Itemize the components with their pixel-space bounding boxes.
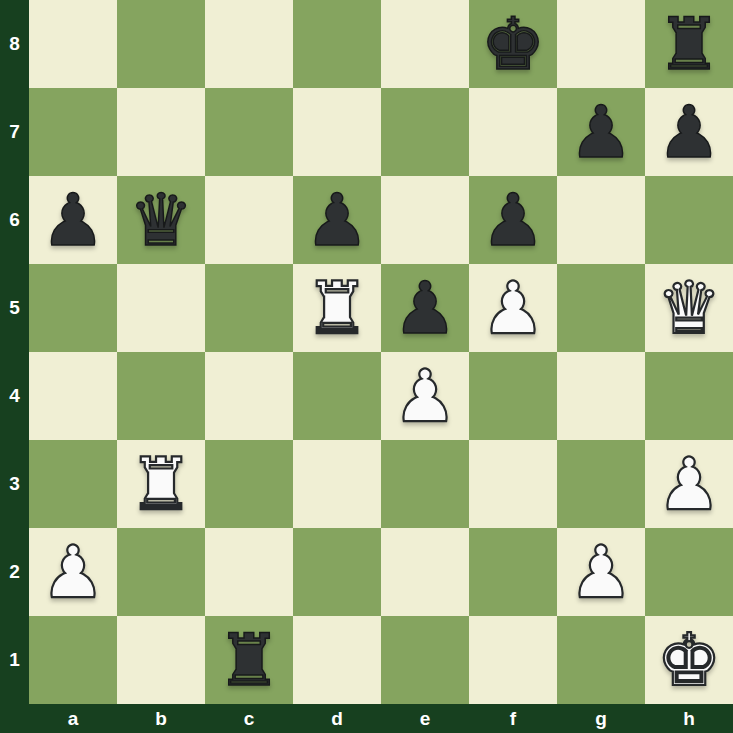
black-king[interactable]: ♚ xyxy=(481,0,546,88)
black-pawn[interactable]: ♟ xyxy=(41,176,106,264)
square-c4[interactable] xyxy=(205,352,293,440)
square-a5[interactable] xyxy=(29,264,117,352)
square-h6[interactable] xyxy=(645,176,733,264)
square-g2[interactable]: ♟ xyxy=(557,528,645,616)
file-label-d: d xyxy=(293,704,381,733)
chess-board[interactable]: ♚♜♟♟♟♛♟♟♜♟♟♛♟♜♟♟♟♜♚ xyxy=(29,0,733,704)
square-b1[interactable] xyxy=(117,616,205,704)
square-a8[interactable] xyxy=(29,0,117,88)
square-f7[interactable] xyxy=(469,88,557,176)
rank-label-8: 8 xyxy=(0,0,29,88)
black-pawn[interactable]: ♟ xyxy=(481,176,546,264)
white-pawn[interactable]: ♟ xyxy=(41,528,106,616)
square-b3[interactable]: ♜ xyxy=(117,440,205,528)
square-d3[interactable] xyxy=(293,440,381,528)
file-labels: abcdefgh xyxy=(29,704,733,733)
square-d8[interactable] xyxy=(293,0,381,88)
square-f4[interactable] xyxy=(469,352,557,440)
square-f8[interactable]: ♚ xyxy=(469,0,557,88)
square-f5[interactable]: ♟ xyxy=(469,264,557,352)
file-label-h: h xyxy=(645,704,733,733)
square-b2[interactable] xyxy=(117,528,205,616)
square-e3[interactable] xyxy=(381,440,469,528)
white-pawn[interactable]: ♟ xyxy=(569,528,634,616)
square-a2[interactable]: ♟ xyxy=(29,528,117,616)
file-label-e: e xyxy=(381,704,469,733)
square-h2[interactable] xyxy=(645,528,733,616)
white-rook[interactable]: ♜ xyxy=(305,264,370,352)
square-e8[interactable] xyxy=(381,0,469,88)
square-h5[interactable]: ♛ xyxy=(645,264,733,352)
square-b5[interactable] xyxy=(117,264,205,352)
square-e6[interactable] xyxy=(381,176,469,264)
square-f2[interactable] xyxy=(469,528,557,616)
black-rook[interactable]: ♜ xyxy=(217,616,282,704)
square-g8[interactable] xyxy=(557,0,645,88)
black-pawn[interactable]: ♟ xyxy=(657,88,722,176)
square-d6[interactable]: ♟ xyxy=(293,176,381,264)
white-king[interactable]: ♚ xyxy=(657,616,722,704)
rank-label-3: 3 xyxy=(0,440,29,528)
file-label-g: g xyxy=(557,704,645,733)
square-a7[interactable] xyxy=(29,88,117,176)
square-c6[interactable] xyxy=(205,176,293,264)
rank-label-1: 1 xyxy=(0,616,29,704)
black-pawn[interactable]: ♟ xyxy=(393,264,458,352)
square-c2[interactable] xyxy=(205,528,293,616)
square-h1[interactable]: ♚ xyxy=(645,616,733,704)
square-d5[interactable]: ♜ xyxy=(293,264,381,352)
square-b8[interactable] xyxy=(117,0,205,88)
square-g6[interactable] xyxy=(557,176,645,264)
black-queen[interactable]: ♛ xyxy=(129,176,194,264)
square-a4[interactable] xyxy=(29,352,117,440)
square-e1[interactable] xyxy=(381,616,469,704)
square-g1[interactable] xyxy=(557,616,645,704)
square-h4[interactable] xyxy=(645,352,733,440)
square-h7[interactable]: ♟ xyxy=(645,88,733,176)
square-g3[interactable] xyxy=(557,440,645,528)
square-g5[interactable] xyxy=(557,264,645,352)
square-b6[interactable]: ♛ xyxy=(117,176,205,264)
black-rook[interactable]: ♜ xyxy=(657,0,722,88)
file-label-a: a xyxy=(29,704,117,733)
rank-label-7: 7 xyxy=(0,88,29,176)
square-b7[interactable] xyxy=(117,88,205,176)
white-pawn[interactable]: ♟ xyxy=(481,264,546,352)
square-c8[interactable] xyxy=(205,0,293,88)
file-label-f: f xyxy=(469,704,557,733)
rank-label-5: 5 xyxy=(0,264,29,352)
white-queen[interactable]: ♛ xyxy=(657,264,722,352)
chess-board-panel: 87654321 ♚♜♟♟♟♛♟♟♜♟♟♛♟♜♟♟♟♜♚ abcdefgh xyxy=(0,0,733,733)
file-label-b: b xyxy=(117,704,205,733)
black-pawn[interactable]: ♟ xyxy=(305,176,370,264)
square-h3[interactable]: ♟ xyxy=(645,440,733,528)
square-c7[interactable] xyxy=(205,88,293,176)
square-f3[interactable] xyxy=(469,440,557,528)
square-d4[interactable] xyxy=(293,352,381,440)
rank-label-6: 6 xyxy=(0,176,29,264)
square-d1[interactable] xyxy=(293,616,381,704)
square-d7[interactable] xyxy=(293,88,381,176)
square-e4[interactable]: ♟ xyxy=(381,352,469,440)
square-a3[interactable] xyxy=(29,440,117,528)
square-d2[interactable] xyxy=(293,528,381,616)
square-c5[interactable] xyxy=(205,264,293,352)
white-rook[interactable]: ♜ xyxy=(129,440,194,528)
square-c1[interactable]: ♜ xyxy=(205,616,293,704)
square-a6[interactable]: ♟ xyxy=(29,176,117,264)
square-e7[interactable] xyxy=(381,88,469,176)
file-label-c: c xyxy=(205,704,293,733)
square-e2[interactable] xyxy=(381,528,469,616)
square-h8[interactable]: ♜ xyxy=(645,0,733,88)
square-f6[interactable]: ♟ xyxy=(469,176,557,264)
rank-label-4: 4 xyxy=(0,352,29,440)
square-e5[interactable]: ♟ xyxy=(381,264,469,352)
black-pawn[interactable]: ♟ xyxy=(569,88,634,176)
square-c3[interactable] xyxy=(205,440,293,528)
white-pawn[interactable]: ♟ xyxy=(393,352,458,440)
white-pawn[interactable]: ♟ xyxy=(657,440,722,528)
square-b4[interactable] xyxy=(117,352,205,440)
square-a1[interactable] xyxy=(29,616,117,704)
square-g4[interactable] xyxy=(557,352,645,440)
square-f1[interactable] xyxy=(469,616,557,704)
rank-label-2: 2 xyxy=(0,528,29,616)
rank-labels: 87654321 xyxy=(0,0,29,704)
square-g7[interactable]: ♟ xyxy=(557,88,645,176)
